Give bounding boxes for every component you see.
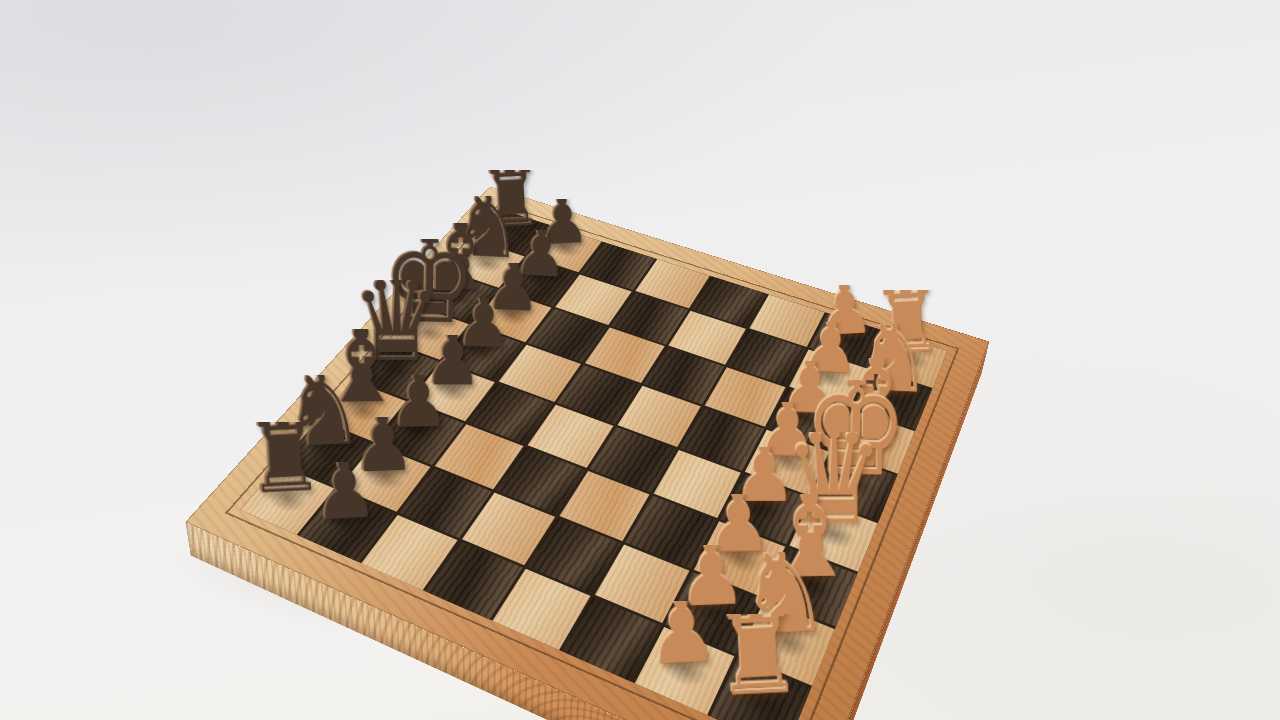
piece-white-rook[interactable]: ♜ xyxy=(688,614,834,703)
board-top-surface: ♜♟♟♜♞♟♟♞♝♟♟♝♚♟♟♚♛♟♟♛♝♟♟♝♞♟♟♞♜♟♟♜ xyxy=(185,186,989,720)
chess-piece-glyph: ♟ xyxy=(312,450,380,532)
square-a7[interactable]: ♟ xyxy=(299,490,394,562)
chess-piece-glyph: ♜ xyxy=(711,596,806,710)
photo-scene: ♜♟♟♜♞♟♟♞♝♟♟♝♚♟♟♚♛♟♟♛♝♟♟♝♞♟♟♞♜♟♟♜ xyxy=(0,0,1280,720)
board-groove-frame: ♜♟♟♜♞♟♟♞♝♟♟♝♚♟♟♚♛♟♟♛♝♟♟♝♞♟♟♞♜♟♟♜ xyxy=(225,203,959,720)
square-a1[interactable]: ♜ xyxy=(711,658,811,720)
perspective-container: ♜♟♟♜♞♟♟♞♝♟♟♝♚♟♟♚♛♟♟♛♝♟♟♝♞♟♟♞♜♟♟♜ xyxy=(0,0,1280,720)
piece-black-pawn[interactable]: ♟ xyxy=(283,463,412,525)
square-d6[interactable] xyxy=(468,383,553,444)
board-grid: ♜♟♟♜♞♟♟♞♝♟♟♝♚♟♟♚♛♟♟♛♝♟♟♝♞♟♟♞♜♟♟♜ xyxy=(240,210,948,720)
chess-board: ♜♟♟♜♞♟♟♞♝♟♟♝♚♟♟♚♛♟♟♛♝♟♟♝♞♟♟♞♜♟♟♜ xyxy=(185,186,989,720)
